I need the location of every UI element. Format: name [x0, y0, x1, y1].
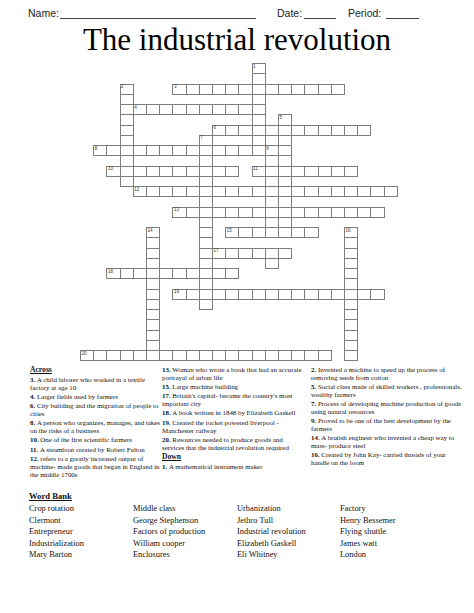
grid-cell[interactable]	[106, 145, 120, 156]
grid-cell[interactable]	[318, 207, 332, 218]
grid-cell[interactable]	[344, 166, 358, 177]
grid-cell[interactable]	[304, 207, 318, 218]
grid-cell[interactable]	[252, 207, 266, 218]
grid-cell[interactable]	[357, 125, 371, 136]
clue-number: 11	[253, 166, 258, 171]
grid-cell[interactable]	[304, 166, 318, 177]
grid-cell[interactable]	[225, 125, 239, 136]
word-bank-item: Clermont	[29, 515, 84, 527]
grid-cell[interactable]	[291, 227, 305, 238]
grid-cell[interactable]	[238, 145, 252, 156]
grid-cell[interactable]	[331, 186, 345, 197]
grid-cell[interactable]	[238, 104, 252, 115]
grid-cell[interactable]	[331, 166, 345, 177]
grid-cell[interactable]	[225, 207, 239, 218]
grid-cell[interactable]	[225, 248, 239, 259]
word-bank-item: Flying shuttle	[340, 526, 396, 538]
word-bank-item: Elizabeth Gaskell	[237, 538, 306, 550]
grid-cell[interactable]	[212, 207, 226, 218]
grid-cell[interactable]: 12	[133, 186, 147, 197]
grid-cell[interactable]	[238, 289, 252, 300]
word-bank-col-3: UrbanizationJethro TullIndustrial revolu…	[237, 503, 306, 561]
date-label: Date:	[277, 7, 302, 19]
word-bank-item: Industrialization	[29, 538, 84, 550]
grid-cell[interactable]	[304, 186, 318, 197]
grid-cell[interactable]	[238, 186, 252, 197]
grid-cell[interactable]	[225, 350, 239, 361]
grid-cell[interactable]	[252, 145, 266, 156]
grid-cell[interactable]	[146, 186, 160, 197]
grid-cell[interactable]	[278, 227, 292, 238]
grid-cell[interactable]	[225, 268, 239, 279]
period-field[interactable]	[386, 7, 419, 19]
grid-cell[interactable]	[172, 268, 186, 279]
grid-cell[interactable]	[344, 186, 358, 197]
grid-cell[interactable]	[225, 166, 239, 177]
clue-item: 4. Larger fields used by farmers	[30, 393, 160, 401]
grid-cell[interactable]	[133, 145, 147, 156]
clue-item: 20. Resources needed to produce goods an…	[162, 436, 305, 452]
grid-cell[interactable]	[278, 350, 292, 361]
grid-cell[interactable]: 20	[80, 350, 94, 361]
clue-number: 19	[174, 289, 179, 294]
grid-cell[interactable]	[159, 145, 173, 156]
clue-item: 8. A person who organizes, manages, and …	[30, 419, 160, 435]
grid-cell[interactable]	[172, 166, 186, 177]
word-bank-item: London	[340, 549, 396, 561]
grid-cell[interactable]	[212, 268, 226, 279]
grid-cell[interactable]: 11	[252, 166, 266, 177]
grid-cell[interactable]: 4	[133, 104, 147, 115]
grid-cell[interactable]	[357, 207, 371, 218]
grid-cell[interactable]	[291, 166, 305, 177]
clue-item: 17. Britain's capital- became the countr…	[162, 392, 305, 408]
word-bank-item: Industrial revolution	[237, 526, 306, 538]
grid-cell[interactable]	[238, 248, 252, 259]
grid-cell[interactable]	[304, 350, 318, 361]
word-bank-item: Crop rotation	[29, 503, 84, 515]
word-bank-header: Word Bank	[29, 491, 72, 501]
grid-cell[interactable]	[318, 186, 332, 197]
word-bank-item: Henry Bessemer	[340, 515, 396, 527]
grid-cell[interactable]: 8	[93, 145, 107, 156]
clue-item: 14. A brutish engineer who invented a ch…	[311, 434, 463, 450]
grid-cell[interactable]	[318, 350, 332, 361]
word-bank-item: Mary Barton	[29, 549, 84, 561]
word-bank-item: Entrepreneur	[29, 526, 84, 538]
grid-cell[interactable]	[172, 186, 186, 197]
clue-number: 20	[82, 351, 87, 356]
grid-cell[interactable]	[133, 166, 147, 177]
grid-cell[interactable]: 6	[212, 125, 226, 136]
grid-cell[interactable]	[357, 186, 371, 197]
grid-cell[interactable]	[304, 84, 318, 95]
grid-cell[interactable]	[146, 166, 160, 177]
worksheet-page: { "header": { "name_label": "Name:", "da…	[0, 0, 474, 613]
clue-item: 13. Woman who wrote a book that had an a…	[162, 366, 305, 382]
word-bank-col-4: FactoryHenry BessemerFlying shuttleJames…	[340, 503, 396, 561]
grid-cell[interactable]	[212, 350, 226, 361]
grid-cell[interactable]	[212, 166, 226, 177]
clue-item: 16. Created by John Kay- carried threads…	[311, 451, 463, 467]
clue-item: 6. City building and the migration of pe…	[30, 402, 160, 418]
grid-cell[interactable]	[146, 350, 160, 361]
word-bank-item: George Stephenson	[133, 515, 205, 527]
grid-cell[interactable]	[291, 350, 305, 361]
grid-cell[interactable]	[199, 84, 213, 95]
grid-cell[interactable]	[265, 350, 279, 361]
grid-cell[interactable]	[318, 125, 332, 136]
grid-cell[interactable]	[186, 268, 200, 279]
word-bank-item: Enclosures	[133, 549, 205, 561]
grid-cell[interactable]	[252, 350, 266, 361]
clue-number: 15	[227, 228, 232, 233]
clue-number: 2	[121, 84, 124, 89]
clue-number: 5	[280, 115, 283, 120]
clue-item: 2. Invented a machine to speed up the pr…	[311, 366, 463, 382]
word-bank-item: Middle class	[133, 503, 205, 515]
grid-cell[interactable]	[357, 289, 371, 300]
grid-cell[interactable]	[225, 145, 239, 156]
grid-cell[interactable]	[370, 186, 384, 197]
grid-cell[interactable]: 19	[172, 289, 186, 300]
clues-column-middle: 13. Woman who wrote a book that had an a…	[162, 366, 305, 472]
grid-cell[interactable]	[172, 145, 186, 156]
grid-cell[interactable]	[199, 350, 213, 361]
clue-number: 10	[108, 166, 113, 171]
grid-cell[interactable]	[344, 207, 358, 218]
clue-item: 1. A mathematical instrument maker	[162, 463, 305, 471]
grid-cell[interactable]	[331, 125, 345, 136]
grid-cell[interactable]	[344, 350, 358, 361]
word-bank-item: Factory	[340, 503, 396, 515]
grid-cell[interactable]	[159, 268, 173, 279]
clue-number: 7	[200, 135, 203, 140]
header-row: Name: Date: Period:	[0, 5, 474, 21]
word-bank-item: James watt	[340, 538, 396, 550]
grid-cell[interactable]	[291, 125, 305, 136]
grid-cell[interactable]	[331, 289, 345, 300]
grid-cell[interactable]	[238, 84, 252, 95]
across-header: Across	[30, 366, 160, 374]
grid-cell[interactable]	[291, 186, 305, 197]
grid-cell[interactable]: 17	[212, 248, 226, 259]
grid-cell[interactable]	[212, 84, 226, 95]
grid-cell[interactable]	[199, 104, 213, 115]
grid-cell[interactable]	[304, 125, 318, 136]
grid-cell[interactable]	[172, 350, 186, 361]
grid-cell[interactable]	[159, 350, 173, 361]
grid-cell[interactable]	[331, 84, 345, 95]
grid-cell[interactable]	[133, 350, 147, 361]
grid-cell[interactable]	[278, 289, 292, 300]
clue-number: 17	[214, 248, 219, 253]
grid-cell[interactable]	[159, 104, 173, 115]
down-header: Down	[162, 453, 305, 461]
grid-cell[interactable]: 13	[172, 207, 186, 218]
page-title: The industrial revolution	[0, 22, 474, 58]
grid-cell[interactable]	[344, 125, 358, 136]
grid-cell[interactable]: 3	[172, 84, 186, 95]
grid-cell[interactable]	[186, 186, 200, 197]
clue-number: 8	[95, 146, 98, 151]
clue-number: 9	[266, 146, 269, 151]
grid-cell[interactable]	[186, 166, 200, 177]
grid-cell[interactable]	[186, 84, 200, 95]
clue-item: 9. Proved to be one of the best developm…	[311, 417, 463, 433]
clues-column-down: 2. Invented a machine to speed up the pr…	[311, 366, 463, 469]
clue-item: 7. Process of developing machine product…	[311, 400, 463, 416]
grid-cell[interactable]	[238, 207, 252, 218]
grid-cell[interactable]	[238, 125, 252, 136]
grid-cell[interactable]	[120, 176, 134, 187]
grid-cell[interactable]	[318, 289, 332, 300]
clues-column-across: Across3. A child laborer who worked in a…	[30, 366, 160, 480]
grid-cell[interactable]	[291, 84, 305, 95]
clue-item: 3. A child laborer who worked in a texti…	[30, 376, 160, 392]
word-bank-item: Jethro Tull	[237, 515, 306, 527]
grid-cell[interactable]	[159, 186, 173, 197]
grid-cell[interactable]	[252, 248, 266, 259]
grid-cell[interactable]	[318, 84, 332, 95]
grid-cell[interactable]	[252, 186, 266, 197]
grid-cell[interactable]	[278, 84, 292, 95]
grid-cell[interactable]	[212, 186, 226, 197]
grid-cell[interactable]	[225, 104, 239, 115]
grid-cell[interactable]	[252, 289, 266, 300]
grid-cell[interactable]	[212, 104, 226, 115]
grid-cell[interactable]	[265, 258, 279, 269]
clue-item: 18. A book written in 1848 by Elizabeth …	[162, 409, 305, 417]
date-field[interactable]	[304, 7, 336, 19]
grid-cell[interactable]	[252, 227, 266, 238]
grid-cell[interactable]	[291, 289, 305, 300]
clue-item: 10. One of the first scientific farmers	[30, 436, 160, 444]
grid-cell[interactable]	[186, 104, 200, 115]
grid-cell[interactable]	[159, 166, 173, 177]
period-label: Period:	[348, 7, 381, 19]
grid-cell[interactable]	[106, 350, 120, 361]
grid-cell[interactable]	[133, 268, 147, 279]
grid-cell[interactable]	[318, 166, 332, 177]
clue-item: 12. refers to a greatly increased output…	[30, 455, 160, 478]
name-field[interactable]	[60, 7, 256, 19]
grid-cell[interactable]	[212, 289, 226, 300]
grid-cell[interactable]	[186, 207, 200, 218]
clue-number: 4	[134, 105, 137, 110]
clue-number: 6	[214, 125, 217, 130]
word-bank-col-1: Crop rotationClermontEntrepreneurIndustr…	[29, 503, 84, 561]
word-bank-item: Urbanization	[237, 503, 306, 515]
grid-cell[interactable]	[265, 125, 279, 136]
word-bank-item: Factors of production	[133, 526, 205, 538]
grid-cell[interactable]: 15	[225, 227, 239, 238]
grid-cell[interactable]	[238, 350, 252, 361]
clue-number: 1	[253, 64, 256, 69]
grid-cell[interactable]	[199, 299, 213, 310]
grid-cell[interactable]	[225, 289, 239, 300]
clue-item: 19. Created the rocket powered liverpool…	[162, 419, 305, 435]
word-bank-col-2: Middle classGeorge StephensonFactors of …	[133, 503, 205, 561]
grid-cell[interactable]	[304, 227, 318, 238]
grid-cell[interactable]	[384, 186, 398, 197]
grid-cell[interactable]	[186, 289, 200, 300]
clue-number: 16	[346, 228, 351, 233]
grid-cell[interactable]	[278, 248, 292, 259]
name-label: Name:	[28, 7, 59, 19]
grid-cell[interactable]	[225, 186, 239, 197]
grid-cell[interactable]	[304, 289, 318, 300]
clue-item: 15. Large machine building	[162, 383, 305, 391]
grid-cell[interactable]	[370, 289, 384, 300]
clue-number: 3	[174, 84, 177, 89]
word-bank-item: William cooper	[133, 538, 205, 550]
clue-item: 11. A steamboat created by Robert Fulton	[30, 446, 160, 454]
word-bank-item: Eli Whitney	[237, 549, 306, 561]
clue-number: 14	[148, 228, 153, 233]
grid-cell[interactable]	[186, 350, 200, 361]
grid-cell[interactable]	[146, 145, 160, 156]
clue-number: 13	[174, 207, 179, 212]
grid-cell[interactable]	[146, 104, 160, 115]
grid-cell[interactable]	[265, 227, 279, 238]
grid-cell[interactable]	[93, 350, 107, 361]
grid-cell[interactable]: 10	[106, 166, 120, 177]
grid-cell[interactable]	[120, 350, 134, 361]
clue-item: 5. Social class made of skilled workers …	[311, 383, 463, 399]
grid-cell[interactable]	[265, 84, 279, 95]
grid-cell[interactable]	[186, 145, 200, 156]
clue-number: 18	[108, 269, 113, 274]
grid-cell[interactable]	[238, 227, 252, 238]
grid-cell[interactable]	[370, 207, 384, 218]
grid-cell[interactable]	[172, 104, 186, 115]
grid-cell[interactable]	[120, 268, 134, 279]
grid-cell[interactable]	[265, 289, 279, 300]
grid-cell[interactable]	[291, 207, 305, 218]
clue-number: 12	[134, 187, 139, 192]
grid-cell[interactable]: 18	[106, 268, 120, 279]
grid-cell[interactable]	[225, 84, 239, 95]
grid-cell[interactable]	[212, 145, 226, 156]
grid-cell[interactable]	[331, 207, 345, 218]
